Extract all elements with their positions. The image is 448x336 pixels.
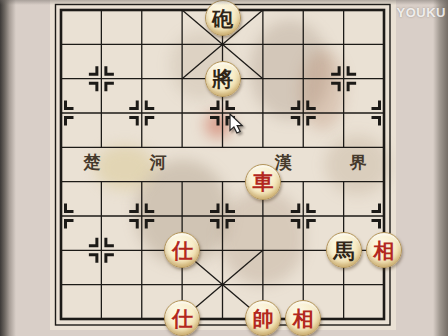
piece-black-general[interactable]: 將 — [205, 61, 241, 97]
piece-red-chariot[interactable]: 車 — [245, 164, 281, 200]
piece-label: 帥 — [252, 308, 273, 329]
frame-edge-left — [0, 0, 16, 336]
piece-label: 馬 — [333, 240, 354, 261]
piece-label: 將 — [212, 68, 233, 89]
frame-edge-right — [433, 0, 448, 336]
piece-black-cannon[interactable]: 砲 — [205, 0, 241, 36]
youku-watermark: YOUKU — [397, 5, 446, 20]
frame-edge-top — [0, 0, 448, 5]
piece-red-advisor[interactable]: 仕 — [164, 300, 200, 336]
piece-label: 仕 — [172, 308, 193, 329]
piece-label: 砲 — [212, 8, 233, 29]
piece-label: 相 — [374, 240, 395, 261]
mouse-cursor — [229, 113, 247, 137]
piece-red-general[interactable]: 帥 — [245, 300, 281, 336]
piece-red-elephant[interactable]: 相 — [285, 300, 321, 336]
piece-black-horse[interactable]: 馬 — [326, 232, 362, 268]
piece-red-advisor[interactable]: 仕 — [164, 232, 200, 268]
piece-label: 仕 — [172, 240, 193, 261]
piece-red-elephant[interactable]: 相 — [366, 232, 402, 268]
piece-label: 相 — [293, 308, 314, 329]
pieces-layer: 砲將車仕馬相仕帥相 — [0, 0, 448, 336]
piece-label: 車 — [252, 171, 273, 192]
video-frame: 楚 河 漢 界 砲將車仕馬相仕帥相 YOUKU — [0, 0, 448, 336]
